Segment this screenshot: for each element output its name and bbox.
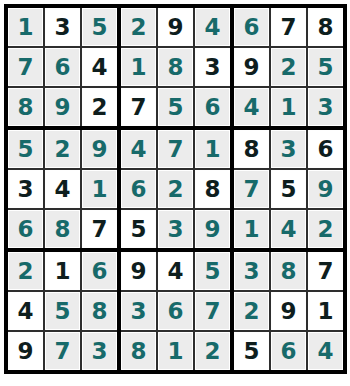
sudoku-cell-r7c3[interactable]: 6 xyxy=(82,252,117,290)
sudoku-cell-r9c4[interactable]: 8 xyxy=(121,332,156,370)
sudoku-cell-r1c2[interactable]: 3 xyxy=(45,8,80,46)
sudoku-cell-r1c5[interactable]: 9 xyxy=(158,8,193,46)
sudoku-cell-r5c6[interactable]: 8 xyxy=(195,170,230,208)
sudoku-cell-r1c3[interactable]: 5 xyxy=(82,8,117,46)
sudoku-cell-r7c6[interactable]: 5 xyxy=(195,252,230,290)
sudoku-cell-r6c8[interactable]: 4 xyxy=(271,210,306,248)
sudoku-cell-r6c5[interactable]: 3 xyxy=(158,210,193,248)
sudoku-cell-r8c5[interactable]: 6 xyxy=(158,292,193,330)
sudoku-cell-r4c7[interactable]: 8 xyxy=(234,130,269,168)
sudoku-cell-r7c1[interactable]: 2 xyxy=(8,252,43,290)
sudoku-cell-r2c7[interactable]: 9 xyxy=(234,48,269,86)
sudoku-box-9: 387291564 xyxy=(234,252,343,370)
sudoku-cell-r7c5[interactable]: 4 xyxy=(158,252,193,290)
sudoku-board: 1357648922941837566789254135293416874716… xyxy=(8,8,343,370)
sudoku-cell-r6c2[interactable]: 8 xyxy=(45,210,80,248)
sudoku-cell-r6c7[interactable]: 1 xyxy=(234,210,269,248)
sudoku-cell-r6c3[interactable]: 7 xyxy=(82,210,117,248)
sudoku-cell-r2c3[interactable]: 4 xyxy=(82,48,117,86)
sudoku-cell-r3c6[interactable]: 6 xyxy=(195,88,230,126)
sudoku-cell-r4c3[interactable]: 9 xyxy=(82,130,117,168)
sudoku-cell-r9c6[interactable]: 2 xyxy=(195,332,230,370)
sudoku-cell-r6c6[interactable]: 9 xyxy=(195,210,230,248)
sudoku-box-6: 836759142 xyxy=(234,130,343,248)
sudoku-cell-r3c1[interactable]: 8 xyxy=(8,88,43,126)
sudoku-cell-r3c9[interactable]: 3 xyxy=(308,88,343,126)
sudoku-cell-r9c7[interactable]: 5 xyxy=(234,332,269,370)
sudoku-cell-r5c3[interactable]: 1 xyxy=(82,170,117,208)
sudoku-cell-r4c8[interactable]: 3 xyxy=(271,130,306,168)
sudoku-cell-r1c4[interactable]: 2 xyxy=(121,8,156,46)
sudoku-box-8: 945367812 xyxy=(121,252,230,370)
sudoku-cell-r7c9[interactable]: 7 xyxy=(308,252,343,290)
sudoku-cell-r8c4[interactable]: 3 xyxy=(121,292,156,330)
sudoku-cell-r3c7[interactable]: 4 xyxy=(234,88,269,126)
sudoku-cell-r5c8[interactable]: 5 xyxy=(271,170,306,208)
sudoku-cell-r1c6[interactable]: 4 xyxy=(195,8,230,46)
sudoku-cell-r8c7[interactable]: 2 xyxy=(234,292,269,330)
sudoku-cell-r6c9[interactable]: 2 xyxy=(308,210,343,248)
sudoku-cell-r8c1[interactable]: 4 xyxy=(8,292,43,330)
sudoku-cell-r7c2[interactable]: 1 xyxy=(45,252,80,290)
sudoku-cell-r2c1[interactable]: 7 xyxy=(8,48,43,86)
sudoku-cell-r2c6[interactable]: 3 xyxy=(195,48,230,86)
sudoku-box-3: 678925413 xyxy=(234,8,343,126)
sudoku-cell-r2c2[interactable]: 6 xyxy=(45,48,80,86)
sudoku-cell-r3c2[interactable]: 9 xyxy=(45,88,80,126)
sudoku-cell-r7c7[interactable]: 3 xyxy=(234,252,269,290)
sudoku-cell-r4c5[interactable]: 7 xyxy=(158,130,193,168)
sudoku-cell-r8c9[interactable]: 1 xyxy=(308,292,343,330)
sudoku-cell-r9c8[interactable]: 6 xyxy=(271,332,306,370)
sudoku-cell-r3c3[interactable]: 2 xyxy=(82,88,117,126)
sudoku-box-4: 529341687 xyxy=(8,130,117,248)
sudoku-cell-r9c5[interactable]: 1 xyxy=(158,332,193,370)
sudoku-cell-r8c8[interactable]: 9 xyxy=(271,292,306,330)
sudoku-cell-r4c6[interactable]: 1 xyxy=(195,130,230,168)
sudoku-cell-r1c8[interactable]: 7 xyxy=(271,8,306,46)
sudoku-box-5: 471628539 xyxy=(121,130,230,248)
sudoku-box-2: 294183756 xyxy=(121,8,230,126)
sudoku-cell-r3c8[interactable]: 1 xyxy=(271,88,306,126)
sudoku-cell-r8c2[interactable]: 5 xyxy=(45,292,80,330)
sudoku-cell-r5c1[interactable]: 3 xyxy=(8,170,43,208)
sudoku-cell-r4c9[interactable]: 6 xyxy=(308,130,343,168)
sudoku-cell-r3c5[interactable]: 5 xyxy=(158,88,193,126)
sudoku-cell-r7c4[interactable]: 9 xyxy=(121,252,156,290)
sudoku-box-1: 135764892 xyxy=(8,8,117,126)
sudoku-cell-r2c5[interactable]: 8 xyxy=(158,48,193,86)
sudoku-cell-r2c8[interactable]: 2 xyxy=(271,48,306,86)
sudoku-cell-r3c4[interactable]: 7 xyxy=(121,88,156,126)
sudoku-cell-r5c2[interactable]: 4 xyxy=(45,170,80,208)
sudoku-cell-r8c3[interactable]: 8 xyxy=(82,292,117,330)
sudoku-cell-r9c9[interactable]: 4 xyxy=(308,332,343,370)
sudoku-cell-r1c1[interactable]: 1 xyxy=(8,8,43,46)
sudoku-cell-r5c5[interactable]: 2 xyxy=(158,170,193,208)
sudoku-cell-r9c1[interactable]: 9 xyxy=(8,332,43,370)
sudoku-board-frame: 1357648922941837566789254135293416874716… xyxy=(4,4,347,374)
sudoku-cell-r2c4[interactable]: 1 xyxy=(121,48,156,86)
sudoku-cell-r9c3[interactable]: 3 xyxy=(82,332,117,370)
sudoku-cell-r2c9[interactable]: 5 xyxy=(308,48,343,86)
sudoku-cell-r5c9[interactable]: 9 xyxy=(308,170,343,208)
sudoku-cell-r4c1[interactable]: 5 xyxy=(8,130,43,168)
sudoku-cell-r8c6[interactable]: 7 xyxy=(195,292,230,330)
sudoku-box-7: 216458973 xyxy=(8,252,117,370)
sudoku-cell-r7c8[interactable]: 8 xyxy=(271,252,306,290)
sudoku-cell-r1c9[interactable]: 8 xyxy=(308,8,343,46)
sudoku-page: 1357648922941837566789254135293416874716… xyxy=(0,0,350,386)
sudoku-cell-r9c2[interactable]: 7 xyxy=(45,332,80,370)
sudoku-cell-r1c7[interactable]: 6 xyxy=(234,8,269,46)
sudoku-cell-r5c7[interactable]: 7 xyxy=(234,170,269,208)
sudoku-cell-r5c4[interactable]: 6 xyxy=(121,170,156,208)
sudoku-cell-r4c4[interactable]: 4 xyxy=(121,130,156,168)
sudoku-cell-r4c2[interactable]: 2 xyxy=(45,130,80,168)
sudoku-cell-r6c4[interactable]: 5 xyxy=(121,210,156,248)
sudoku-cell-r6c1[interactable]: 6 xyxy=(8,210,43,248)
